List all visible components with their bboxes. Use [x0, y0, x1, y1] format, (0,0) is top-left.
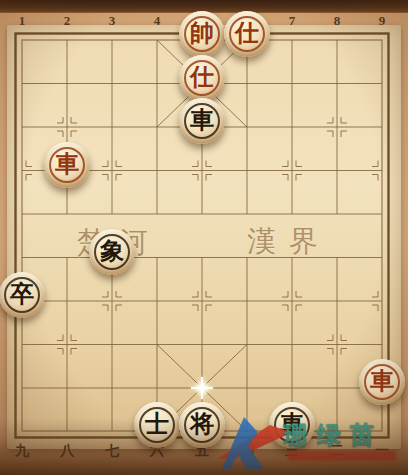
piece-red-chariot[interactable]: 車: [359, 359, 405, 405]
bottom-coordinate-1: 九: [15, 442, 29, 460]
top-coordinate-1: 1: [19, 13, 26, 29]
piece-glyph: 仕: [235, 21, 259, 45]
top-coordinate-4: 4: [154, 13, 161, 29]
piece-black-elephant[interactable]: 象: [89, 229, 135, 275]
piece-glyph: 卒: [10, 282, 34, 306]
top-coordinate-2: 2: [64, 13, 71, 29]
watermark-small-red-text: [288, 451, 396, 461]
bottom-coordinate-2: 八: [60, 442, 74, 460]
top-coordinate-9: 9: [379, 13, 386, 29]
river-label-right: 漢界: [247, 222, 331, 262]
watermark: 珊绿茵: [218, 411, 406, 471]
piece-glyph: 象: [100, 239, 124, 263]
piece-glyph: 車: [55, 152, 79, 176]
xiangqi-app-screen: 123456789 九八七六五四三二一 楚河 漢界 帥仕仕車車象卒車士将車 珊绿…: [0, 0, 408, 475]
piece-red-chariot[interactable]: 車: [44, 142, 90, 188]
piece-red-advisor[interactable]: 仕: [179, 55, 225, 101]
piece-glyph: 仕: [190, 65, 214, 89]
piece-red-king[interactable]: 帥: [179, 11, 225, 57]
move-highlight-sparkle: [193, 379, 211, 397]
watermark-text: 珊绿茵: [284, 419, 404, 451]
top-coordinate-8: 8: [334, 13, 341, 29]
piece-glyph: 将: [190, 412, 214, 436]
piece-glyph: 車: [370, 369, 394, 393]
top-coordinate-7: 7: [289, 13, 296, 29]
top-coordinate-3: 3: [109, 13, 116, 29]
piece-glyph: 車: [190, 108, 214, 132]
piece-glyph: 帥: [190, 21, 214, 45]
piece-glyph: 士: [145, 412, 169, 436]
bottom-coordinate-3: 七: [105, 442, 119, 460]
piece-black-chariot[interactable]: 車: [179, 98, 225, 144]
piece-black-advisor[interactable]: 士: [134, 402, 180, 448]
piece-black-soldier[interactable]: 卒: [0, 272, 45, 318]
piece-red-advisor[interactable]: 仕: [224, 11, 270, 57]
